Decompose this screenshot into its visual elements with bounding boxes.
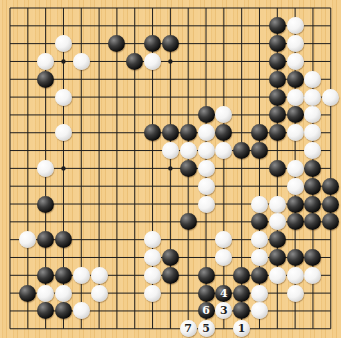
black-stone-17-15[interactable] <box>287 249 304 266</box>
white-stone-5-16[interactable] <box>73 267 90 284</box>
white-stone-6-16[interactable] <box>91 267 108 284</box>
black-stone-12-17[interactable] <box>198 285 215 302</box>
black-stone-16-10[interactable] <box>269 160 286 177</box>
white-stone-3-10[interactable] <box>37 160 54 177</box>
black-stone-15-16[interactable] <box>251 267 268 284</box>
white-stone-9-4[interactable] <box>144 53 161 70</box>
black-stone-10-15[interactable] <box>162 249 179 266</box>
black-stone-17-13[interactable] <box>287 213 304 230</box>
white-stone-3-17[interactable] <box>37 285 54 302</box>
white-stone-15-14[interactable] <box>251 231 268 248</box>
black-stone-3-5[interactable] <box>37 71 54 88</box>
black-stone-15-9[interactable] <box>251 142 268 159</box>
black-stone-19-12[interactable] <box>322 196 339 213</box>
white-stone-17-3[interactable] <box>287 35 304 52</box>
black-stone-16-3[interactable] <box>269 35 286 52</box>
white-stone-5-4[interactable] <box>73 53 90 70</box>
star-point <box>61 59 65 63</box>
white-stone-12-9[interactable] <box>198 142 215 159</box>
white-stone-9-16[interactable] <box>144 267 161 284</box>
star-point <box>168 59 172 63</box>
go-board[interactable]: 463751 <box>0 0 341 338</box>
black-stone-16-4[interactable] <box>269 53 286 70</box>
white-stone-17-17[interactable] <box>287 285 304 302</box>
black-stone-16-15[interactable] <box>269 249 286 266</box>
black-stone-11-8[interactable] <box>180 124 197 141</box>
black-stone-10-16[interactable] <box>162 267 179 284</box>
black-stone-12-7[interactable] <box>198 106 215 123</box>
white-stone-18-6[interactable] <box>304 89 321 106</box>
white-stone-16-13[interactable] <box>269 213 286 230</box>
black-stone-10-8[interactable] <box>162 124 179 141</box>
white-stone-17-11[interactable] <box>287 178 304 195</box>
black-stone-17-7[interactable] <box>287 106 304 123</box>
white-stone-17-10[interactable] <box>287 160 304 177</box>
move-4-stone[interactable]: 4 <box>215 285 232 302</box>
black-stone-17-5[interactable] <box>287 71 304 88</box>
black-stone-14-16[interactable] <box>233 267 250 284</box>
black-stone-11-13[interactable] <box>180 213 197 230</box>
star-point <box>168 166 172 170</box>
black-stone-4-16[interactable] <box>55 267 72 284</box>
white-stone-19-6[interactable] <box>322 89 339 106</box>
black-stone-4-14[interactable] <box>55 231 72 248</box>
black-stone-16-8[interactable] <box>269 124 286 141</box>
black-stone-19-11[interactable] <box>322 178 339 195</box>
white-stone-15-15[interactable] <box>251 249 268 266</box>
white-stone-16-12[interactable] <box>269 196 286 213</box>
go-app: 463751 <box>0 0 341 338</box>
white-stone-17-6[interactable] <box>287 89 304 106</box>
white-stone-10-9[interactable] <box>162 142 179 159</box>
white-stone-17-2[interactable] <box>287 17 304 34</box>
black-stone-18-12[interactable] <box>304 196 321 213</box>
black-stone-12-16[interactable] <box>198 267 215 284</box>
black-stone-17-12[interactable] <box>287 196 304 213</box>
move-7-stone[interactable]: 7 <box>180 320 197 337</box>
white-stone-4-3[interactable] <box>55 35 72 52</box>
black-stone-3-12[interactable] <box>37 196 54 213</box>
white-stone-12-8[interactable] <box>198 124 215 141</box>
white-stone-12-11[interactable] <box>198 178 215 195</box>
white-stone-15-12[interactable] <box>251 196 268 213</box>
white-stone-17-8[interactable] <box>287 124 304 141</box>
white-stone-12-12[interactable] <box>198 196 215 213</box>
black-stone-11-10[interactable] <box>180 160 197 177</box>
star-point <box>61 166 65 170</box>
move-6-stone[interactable]: 6 <box>198 302 215 319</box>
black-stone-16-14[interactable] <box>269 231 286 248</box>
white-stone-16-16[interactable] <box>269 267 286 284</box>
white-stone-11-9[interactable] <box>180 142 197 159</box>
black-stone-10-3[interactable] <box>162 35 179 52</box>
white-stone-9-17[interactable] <box>144 285 161 302</box>
move-5-stone[interactable]: 5 <box>198 320 215 337</box>
black-stone-16-5[interactable] <box>269 71 286 88</box>
black-stone-2-17[interactable] <box>19 285 36 302</box>
white-stone-4-6[interactable] <box>55 89 72 106</box>
white-stone-6-17[interactable] <box>91 285 108 302</box>
white-stone-3-4[interactable] <box>37 53 54 70</box>
white-stone-17-16[interactable] <box>287 267 304 284</box>
black-stone-16-6[interactable] <box>269 89 286 106</box>
white-stone-15-17[interactable] <box>251 285 268 302</box>
black-stone-16-2[interactable] <box>269 17 286 34</box>
black-stone-3-16[interactable] <box>37 267 54 284</box>
white-stone-9-15[interactable] <box>144 249 161 266</box>
white-stone-17-4[interactable] <box>287 53 304 70</box>
black-stone-14-17[interactable] <box>233 285 250 302</box>
white-stone-4-17[interactable] <box>55 285 72 302</box>
white-stone-12-10[interactable] <box>198 160 215 177</box>
